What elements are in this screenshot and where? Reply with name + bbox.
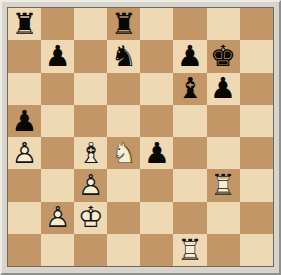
square-g3[interactable]: ♜♖ [207,169,240,201]
square-d1[interactable] [107,234,140,266]
square-b5[interactable] [41,105,74,137]
square-f5[interactable] [173,105,206,137]
square-a3[interactable] [8,169,41,201]
square-b6[interactable] [41,73,74,105]
square-g7[interactable]: ♚ [207,40,240,72]
square-d2[interactable] [107,202,140,234]
square-h7[interactable] [240,40,273,72]
white-rook-glyph: ♖ [207,169,240,201]
black-bishop-glyph: ♝ [173,73,206,105]
square-f2[interactable] [173,202,206,234]
white-king[interactable]: ♚♔ [74,202,107,234]
square-c3[interactable]: ♟♙ [74,169,107,201]
square-h5[interactable] [240,105,273,137]
white-knight-glyph: ♘ [107,137,140,169]
square-d7[interactable]: ♞ [107,40,140,72]
square-a1[interactable] [8,234,41,266]
square-b1[interactable] [41,234,74,266]
square-e5[interactable] [140,105,173,137]
square-c2[interactable]: ♚♔ [74,202,107,234]
square-f4[interactable] [173,137,206,169]
square-h8[interactable] [240,8,273,40]
square-h2[interactable] [240,202,273,234]
square-h3[interactable] [240,169,273,201]
square-e1[interactable] [140,234,173,266]
square-e4[interactable]: ♟ [140,137,173,169]
black-pawn-glyph: ♟ [207,73,240,105]
square-b2[interactable]: ♟♙ [41,202,74,234]
square-a4[interactable]: ♟♙ [8,137,41,169]
black-knight-glyph: ♞ [107,40,140,72]
square-g4[interactable] [207,137,240,169]
square-f7[interactable]: ♟ [173,40,206,72]
board-frame: ♜♜♟♞♟♚♝♟♟♟♙♝♗♞♘♟♟♙♜♖♟♙♚♔♜♖ [0,0,281,275]
square-e6[interactable] [140,73,173,105]
black-rook[interactable]: ♜ [107,8,140,40]
square-a2[interactable] [8,202,41,234]
square-a8[interactable]: ♜ [8,8,41,40]
black-pawn-glyph: ♟ [140,137,173,169]
black-rook-glyph: ♜ [107,8,140,40]
square-e7[interactable] [140,40,173,72]
square-b4[interactable] [41,137,74,169]
white-pawn-glyph: ♙ [74,169,107,201]
square-c1[interactable] [74,234,107,266]
square-c8[interactable] [74,8,107,40]
square-h6[interactable] [240,73,273,105]
black-pawn[interactable]: ♟ [140,137,173,169]
square-b3[interactable] [41,169,74,201]
square-e2[interactable] [140,202,173,234]
white-bishop-glyph: ♗ [74,137,107,169]
black-knight[interactable]: ♞ [107,40,140,72]
black-pawn[interactable]: ♟ [41,40,74,72]
square-h1[interactable] [240,234,273,266]
black-pawn[interactable]: ♟ [8,105,41,137]
square-g2[interactable] [207,202,240,234]
square-g1[interactable] [207,234,240,266]
white-pawn[interactable]: ♟♙ [74,169,107,201]
square-f6[interactable]: ♝ [173,73,206,105]
white-king-glyph: ♔ [74,202,107,234]
black-pawn[interactable]: ♟ [173,40,206,72]
square-c7[interactable] [74,40,107,72]
square-a6[interactable] [8,73,41,105]
white-bishop[interactable]: ♝♗ [74,137,107,169]
black-rook[interactable]: ♜ [8,8,41,40]
white-pawn-glyph: ♙ [8,137,41,169]
chess-board: ♜♜♟♞♟♚♝♟♟♟♙♝♗♞♘♟♟♙♜♖♟♙♚♔♜♖ [7,7,274,267]
white-pawn-glyph: ♙ [41,202,74,234]
square-e8[interactable] [140,8,173,40]
square-f3[interactable] [173,169,206,201]
square-d8[interactable]: ♜ [107,8,140,40]
square-a7[interactable] [8,40,41,72]
square-d5[interactable] [107,105,140,137]
square-b8[interactable] [41,8,74,40]
square-c4[interactable]: ♝♗ [74,137,107,169]
black-rook-glyph: ♜ [8,8,41,40]
white-rook-glyph: ♖ [173,234,206,266]
square-d6[interactable] [107,73,140,105]
square-g5[interactable] [207,105,240,137]
black-pawn[interactable]: ♟ [207,73,240,105]
square-c6[interactable] [74,73,107,105]
black-pawn-glyph: ♟ [8,105,41,137]
square-f1[interactable]: ♜♖ [173,234,206,266]
square-g8[interactable] [207,8,240,40]
square-f8[interactable] [173,8,206,40]
black-king-glyph: ♚ [207,40,240,72]
square-h4[interactable] [240,137,273,169]
square-g6[interactable]: ♟ [207,73,240,105]
white-knight[interactable]: ♞♘ [107,137,140,169]
square-b7[interactable]: ♟ [41,40,74,72]
square-a5[interactable]: ♟ [8,105,41,137]
black-king[interactable]: ♚ [207,40,240,72]
black-pawn-glyph: ♟ [41,40,74,72]
square-d3[interactable] [107,169,140,201]
square-d4[interactable]: ♞♘ [107,137,140,169]
black-pawn-glyph: ♟ [173,40,206,72]
square-c5[interactable] [74,105,107,137]
white-rook[interactable]: ♜♖ [173,234,206,266]
white-rook[interactable]: ♜♖ [207,169,240,201]
white-pawn[interactable]: ♟♙ [41,202,74,234]
black-bishop[interactable]: ♝ [173,73,206,105]
white-pawn[interactable]: ♟♙ [8,137,41,169]
square-e3[interactable] [140,169,173,201]
